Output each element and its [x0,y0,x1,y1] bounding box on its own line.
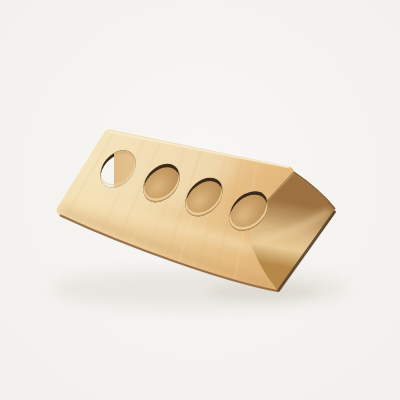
wooden-flight-stand [0,0,400,400]
photo-stage [0,0,400,400]
ground-shadow [50,269,350,309]
product-photo [0,0,400,400]
